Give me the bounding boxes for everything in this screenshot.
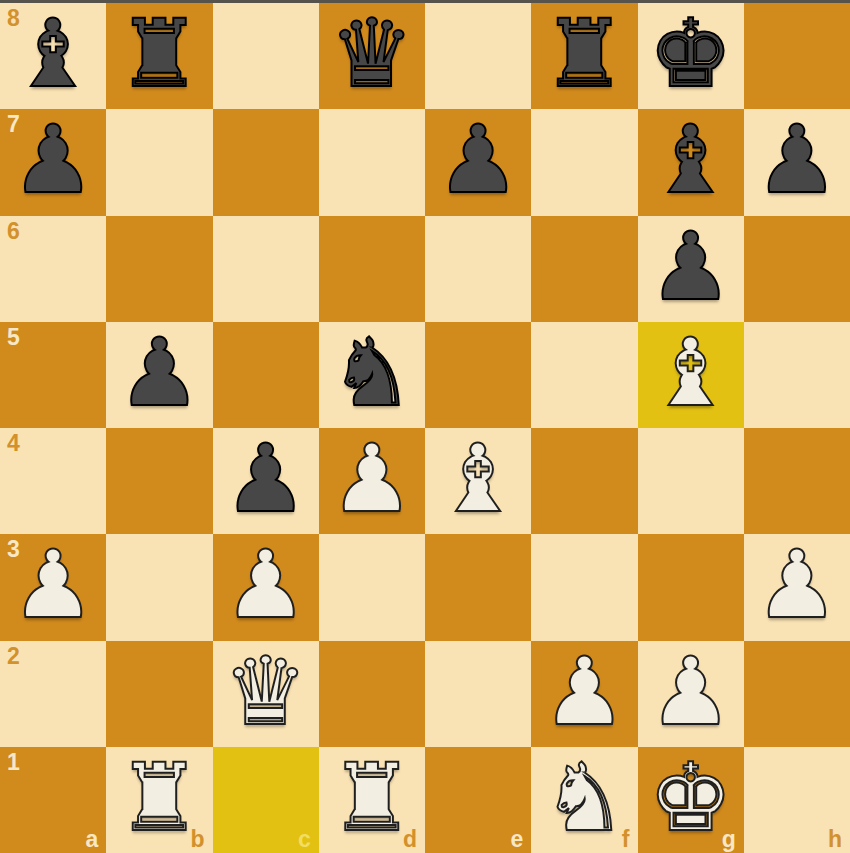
square-b3[interactable] (106, 534, 212, 640)
square-b8[interactable]: ♜ (106, 3, 212, 109)
square-g8[interactable]: ♚ (638, 3, 744, 109)
square-f7[interactable] (531, 109, 637, 215)
square-f6[interactable] (531, 216, 637, 322)
square-g4[interactable] (638, 428, 744, 534)
square-f3[interactable] (531, 534, 637, 640)
chess-app-screen: 8♝♜♛♜♚7♟♟♝♟6♟5♟♞♝4♟♟♝3♟♟♟2♛♟♟1ab♜cd♜ef♞g… (0, 0, 850, 853)
square-g5[interactable]: ♝ (638, 322, 744, 428)
white-king[interactable]: ♚ (648, 751, 732, 845)
square-c1[interactable]: c (213, 747, 319, 853)
square-h8[interactable] (744, 3, 850, 109)
square-a5[interactable]: 5 (0, 322, 106, 428)
rank-label-2: 2 (7, 645, 20, 668)
square-a8[interactable]: 8♝ (0, 3, 106, 109)
black-pawn[interactable]: ♟ (436, 113, 520, 207)
rank-label-6: 6 (7, 220, 20, 243)
square-c3[interactable]: ♟ (213, 534, 319, 640)
square-e5[interactable] (425, 322, 531, 428)
square-d4[interactable]: ♟ (319, 428, 425, 534)
square-g7[interactable]: ♝ (638, 109, 744, 215)
square-a7[interactable]: 7♟ (0, 109, 106, 215)
white-rook[interactable]: ♜ (330, 751, 414, 845)
square-b6[interactable] (106, 216, 212, 322)
black-bishop[interactable]: ♝ (11, 7, 95, 101)
white-pawn[interactable]: ♟ (755, 538, 839, 632)
square-c4[interactable]: ♟ (213, 428, 319, 534)
rank-label-5: 5 (7, 326, 20, 349)
square-e7[interactable]: ♟ (425, 109, 531, 215)
square-g3[interactable] (638, 534, 744, 640)
white-pawn[interactable]: ♟ (11, 538, 95, 632)
square-a3[interactable]: 3♟ (0, 534, 106, 640)
square-a1[interactable]: 1a (0, 747, 106, 853)
square-a4[interactable]: 4 (0, 428, 106, 534)
square-g6[interactable]: ♟ (638, 216, 744, 322)
black-pawn[interactable]: ♟ (11, 113, 95, 207)
square-d5[interactable]: ♞ (319, 322, 425, 428)
square-h6[interactable] (744, 216, 850, 322)
file-label-h: h (828, 828, 842, 851)
square-h3[interactable]: ♟ (744, 534, 850, 640)
square-e8[interactable] (425, 3, 531, 109)
square-d1[interactable]: d♜ (319, 747, 425, 853)
black-rook[interactable]: ♜ (542, 7, 626, 101)
white-pawn[interactable]: ♟ (648, 645, 732, 739)
white-pawn[interactable]: ♟ (223, 538, 307, 632)
black-pawn[interactable]: ♟ (223, 432, 307, 526)
square-c8[interactable] (213, 3, 319, 109)
black-queen[interactable]: ♛ (330, 7, 414, 101)
square-b4[interactable] (106, 428, 212, 534)
rank-label-1: 1 (7, 751, 20, 774)
white-bishop[interactable]: ♝ (648, 326, 732, 420)
square-d8[interactable]: ♛ (319, 3, 425, 109)
square-d3[interactable] (319, 534, 425, 640)
square-f5[interactable] (531, 322, 637, 428)
square-c5[interactable] (213, 322, 319, 428)
file-label-c: c (298, 828, 311, 851)
square-b7[interactable] (106, 109, 212, 215)
square-a6[interactable]: 6 (0, 216, 106, 322)
square-e3[interactable] (425, 534, 531, 640)
square-h7[interactable]: ♟ (744, 109, 850, 215)
square-c2[interactable]: ♛ (213, 641, 319, 747)
square-f1[interactable]: f♞ (531, 747, 637, 853)
rank-label-4: 4 (7, 432, 20, 455)
square-h4[interactable] (744, 428, 850, 534)
black-king[interactable]: ♚ (648, 7, 732, 101)
square-f4[interactable] (531, 428, 637, 534)
black-bishop[interactable]: ♝ (648, 113, 732, 207)
file-label-e: e (510, 828, 523, 851)
square-e1[interactable]: e (425, 747, 531, 853)
square-b2[interactable] (106, 641, 212, 747)
square-e4[interactable]: ♝ (425, 428, 531, 534)
white-queen[interactable]: ♛ (223, 645, 307, 739)
file-label-a: a (85, 828, 98, 851)
square-e2[interactable] (425, 641, 531, 747)
square-c7[interactable] (213, 109, 319, 215)
black-pawn[interactable]: ♟ (648, 220, 732, 314)
white-bishop[interactable]: ♝ (436, 432, 520, 526)
square-h5[interactable] (744, 322, 850, 428)
square-b5[interactable]: ♟ (106, 322, 212, 428)
square-b1[interactable]: b♜ (106, 747, 212, 853)
square-h1[interactable]: h (744, 747, 850, 853)
white-rook[interactable]: ♜ (117, 751, 201, 845)
square-g1[interactable]: g♚ (638, 747, 744, 853)
square-c6[interactable] (213, 216, 319, 322)
square-a2[interactable]: 2 (0, 641, 106, 747)
chess-board: 8♝♜♛♜♚7♟♟♝♟6♟5♟♞♝4♟♟♝3♟♟♟2♛♟♟1ab♜cd♜ef♞g… (0, 3, 850, 853)
square-d2[interactable] (319, 641, 425, 747)
square-d7[interactable] (319, 109, 425, 215)
black-knight[interactable]: ♞ (330, 326, 414, 420)
square-g2[interactable]: ♟ (638, 641, 744, 747)
square-f8[interactable]: ♜ (531, 3, 637, 109)
square-d6[interactable] (319, 216, 425, 322)
square-f2[interactable]: ♟ (531, 641, 637, 747)
white-knight[interactable]: ♞ (542, 751, 626, 845)
square-e6[interactable] (425, 216, 531, 322)
square-h2[interactable] (744, 641, 850, 747)
white-pawn[interactable]: ♟ (330, 432, 414, 526)
black-rook[interactable]: ♜ (117, 7, 201, 101)
black-pawn[interactable]: ♟ (117, 326, 201, 420)
black-pawn[interactable]: ♟ (755, 113, 839, 207)
white-pawn[interactable]: ♟ (542, 645, 626, 739)
